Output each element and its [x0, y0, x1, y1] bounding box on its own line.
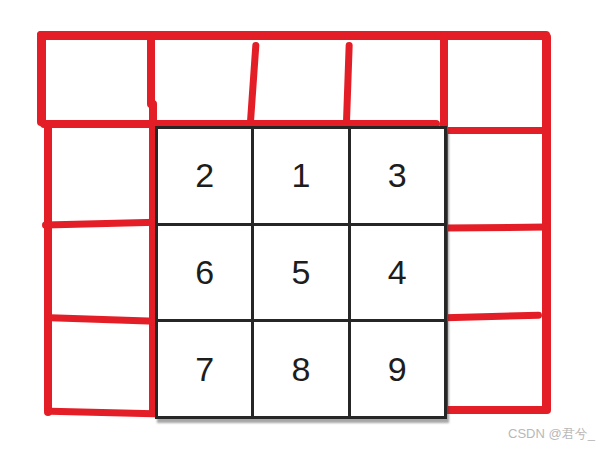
- red-stroke-leftcol-bottom: [47, 408, 157, 418]
- red-stroke-left-divider-top: [147, 32, 155, 108]
- grid-cell-r1c0: 6: [158, 226, 251, 320]
- red-stroke-topband-left-edge: [37, 31, 46, 126]
- diagram-canvas: 2 1 3 6 5 4 7 8 9 CSDN @君兮_: [0, 0, 604, 449]
- red-stroke-top-line: [37, 31, 550, 40]
- red-stroke-rightcol-top: [430, 127, 550, 134]
- grid-cell-r2c2: 9: [351, 322, 444, 416]
- watermark: CSDN @君兮_: [508, 425, 595, 443]
- grid-cell-r0c2: 3: [351, 129, 444, 223]
- number-grid: 2 1 3 6 5 4 7 8 9: [155, 126, 447, 419]
- grid-cell-r1c2: 4: [351, 226, 444, 320]
- grid-cell-r2c0: 7: [158, 322, 251, 416]
- grid-cell-r1c1: 5: [254, 226, 347, 320]
- red-stroke-leftcol-left-edge: [44, 121, 52, 416]
- red-stroke-leftcol-divider2: [47, 314, 159, 325]
- red-stroke-rightcol-bottom: [442, 406, 549, 414]
- red-stroke-rightcol-divider1: [442, 224, 550, 232]
- grid-cell-r0c0: 2: [158, 129, 251, 223]
- red-stroke-rightcol-divider2: [442, 312, 542, 322]
- grid-cell-r2c1: 8: [254, 322, 347, 416]
- grid-cell-r0c1: 1: [254, 129, 347, 223]
